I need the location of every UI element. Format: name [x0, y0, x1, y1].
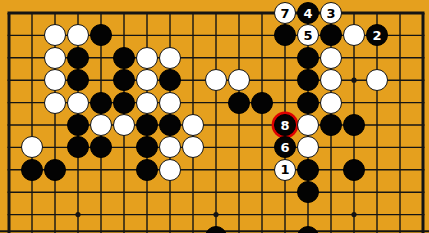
black-stone — [205, 226, 227, 233]
white-stone — [182, 114, 204, 136]
black-stone — [136, 136, 158, 158]
black-stone — [113, 69, 135, 91]
white-stone — [320, 47, 342, 69]
white-stone-move-3: 3 — [320, 2, 342, 24]
white-stone — [21, 136, 43, 158]
black-stone — [44, 159, 66, 181]
move-number-label: 2 — [372, 29, 381, 42]
black-stone — [159, 114, 181, 136]
white-stone — [44, 92, 66, 114]
white-stone-move-7: 7 — [274, 2, 296, 24]
move-number-label: 7 — [280, 7, 289, 20]
black-stone-move-2: 2 — [366, 24, 388, 46]
black-stone-move-8: 8 — [274, 114, 296, 136]
white-stone — [136, 92, 158, 114]
black-stone — [297, 226, 319, 233]
black-stone — [297, 181, 319, 203]
black-stone — [320, 24, 342, 46]
move-number-label: 8 — [280, 119, 289, 132]
stones-layer: 74352861 — [0, 0, 429, 233]
black-stone — [90, 24, 112, 46]
black-stone — [21, 159, 43, 181]
white-stone-move-5: 5 — [297, 24, 319, 46]
white-stone-move-1: 1 — [274, 159, 296, 181]
white-stone — [113, 114, 135, 136]
black-stone — [67, 114, 89, 136]
white-stone — [136, 69, 158, 91]
black-stone — [343, 159, 365, 181]
go-board-diagram: 74352861 — [0, 0, 429, 233]
black-stone-move-4: 4 — [297, 2, 319, 24]
white-stone — [343, 24, 365, 46]
black-stone-move-6: 6 — [274, 136, 296, 158]
white-stone — [44, 47, 66, 69]
move-number-label: 3 — [326, 7, 335, 20]
black-stone — [274, 24, 296, 46]
white-stone — [159, 47, 181, 69]
white-stone — [320, 92, 342, 114]
white-stone — [320, 69, 342, 91]
black-stone — [113, 92, 135, 114]
white-stone — [297, 114, 319, 136]
white-stone — [44, 69, 66, 91]
white-stone — [67, 92, 89, 114]
white-stone — [67, 24, 89, 46]
black-stone — [90, 136, 112, 158]
black-stone — [67, 136, 89, 158]
white-stone — [366, 69, 388, 91]
move-number-label: 1 — [280, 163, 289, 176]
white-stone — [205, 69, 227, 91]
black-stone — [297, 92, 319, 114]
black-stone — [251, 92, 273, 114]
white-stone — [159, 92, 181, 114]
black-stone — [343, 114, 365, 136]
black-stone — [297, 47, 319, 69]
black-stone — [90, 92, 112, 114]
black-stone — [297, 159, 319, 181]
black-stone — [136, 159, 158, 181]
move-number-label: 6 — [280, 141, 289, 154]
black-stone — [67, 69, 89, 91]
black-stone — [113, 47, 135, 69]
black-stone — [297, 69, 319, 91]
white-stone — [182, 136, 204, 158]
white-stone — [44, 24, 66, 46]
white-stone — [159, 159, 181, 181]
white-stone — [136, 47, 158, 69]
white-stone — [297, 136, 319, 158]
black-stone — [320, 114, 342, 136]
white-stone — [159, 136, 181, 158]
black-stone — [67, 47, 89, 69]
black-stone — [228, 92, 250, 114]
white-stone — [90, 114, 112, 136]
move-number-label: 4 — [303, 7, 312, 20]
black-stone — [159, 69, 181, 91]
white-stone — [228, 69, 250, 91]
black-stone — [136, 114, 158, 136]
move-number-label: 5 — [303, 29, 312, 42]
